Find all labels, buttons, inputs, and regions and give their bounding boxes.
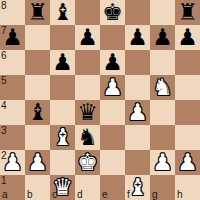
square-b3[interactable]: [25, 125, 50, 150]
white-bishop[interactable]: ♝: [50, 125, 75, 150]
square-b8[interactable]: ♜: [25, 0, 50, 25]
square-h3[interactable]: [175, 125, 200, 150]
square-g7[interactable]: ♟: [150, 25, 175, 50]
square-e8[interactable]: ♚: [100, 0, 125, 25]
white-pawn[interactable]: ♟: [125, 100, 150, 125]
square-c8[interactable]: ♝: [50, 0, 75, 25]
black-rook[interactable]: ♜: [175, 0, 200, 25]
black-bishop[interactable]: ♝: [50, 0, 75, 25]
white-pawn[interactable]: ♟: [0, 150, 25, 175]
square-f8[interactable]: [125, 0, 150, 25]
file-label-b: b: [27, 190, 33, 200]
black-queen[interactable]: ♛: [75, 100, 100, 125]
rank-label-6: 6: [1, 51, 7, 61]
square-a6[interactable]: 6: [0, 50, 25, 75]
square-f7[interactable]: ♟: [125, 25, 150, 50]
black-pawn[interactable]: ♟: [150, 25, 175, 50]
square-b6[interactable]: [25, 50, 50, 75]
square-c4[interactable]: [50, 100, 75, 125]
square-f3[interactable]: [125, 125, 150, 150]
file-label-h: h: [177, 190, 183, 200]
white-pawn[interactable]: ♟: [25, 150, 50, 175]
file-label-d: d: [77, 190, 83, 200]
white-queen[interactable]: ♛: [50, 175, 75, 200]
rank-label-1: 1: [1, 176, 7, 186]
rank-label-8: 8: [1, 1, 7, 11]
square-d1[interactable]: d: [75, 175, 100, 200]
square-e6[interactable]: ♟: [100, 50, 125, 75]
square-c5[interactable]: [50, 75, 75, 100]
black-bishop[interactable]: ♝: [25, 100, 50, 125]
black-pawn[interactable]: ♟: [0, 25, 25, 50]
white-pawn[interactable]: ♟: [175, 150, 200, 175]
square-h6[interactable]: [175, 50, 200, 75]
square-g2[interactable]: ♟: [150, 150, 175, 175]
square-c1[interactable]: c♛: [50, 175, 75, 200]
file-label-a: a: [2, 190, 8, 200]
square-b1[interactable]: b: [25, 175, 50, 200]
rank-label-4: 4: [1, 101, 7, 111]
square-b7[interactable]: [25, 25, 50, 50]
black-rook[interactable]: ♜: [25, 0, 50, 25]
square-h7[interactable]: ♟: [175, 25, 200, 50]
square-d4[interactable]: ♛: [75, 100, 100, 125]
square-e1[interactable]: e: [100, 175, 125, 200]
square-h8[interactable]: ♜: [175, 0, 200, 25]
white-bishop[interactable]: ♝: [125, 175, 150, 200]
black-pawn[interactable]: ♟: [175, 25, 200, 50]
square-g5[interactable]: ♞: [150, 75, 175, 100]
square-f2[interactable]: [125, 150, 150, 175]
square-f6[interactable]: [125, 50, 150, 75]
square-b2[interactable]: ♟: [25, 150, 50, 175]
square-g6[interactable]: [150, 50, 175, 75]
square-a4[interactable]: 4: [0, 100, 25, 125]
square-d2[interactable]: ♚: [75, 150, 100, 175]
square-g3[interactable]: [150, 125, 175, 150]
square-h5[interactable]: [175, 75, 200, 100]
square-e5[interactable]: ♟: [100, 75, 125, 100]
square-b4[interactable]: ♝: [25, 100, 50, 125]
square-e4[interactable]: [100, 100, 125, 125]
square-c2[interactable]: [50, 150, 75, 175]
square-e2[interactable]: [100, 150, 125, 175]
white-knight[interactable]: ♞: [150, 75, 175, 100]
square-d3[interactable]: ♞: [75, 125, 100, 150]
file-label-e: e: [102, 190, 108, 200]
square-f5[interactable]: [125, 75, 150, 100]
square-e7[interactable]: [100, 25, 125, 50]
black-pawn[interactable]: ♟: [125, 25, 150, 50]
white-pawn[interactable]: ♟: [100, 75, 125, 100]
black-knight[interactable]: ♞: [75, 125, 100, 150]
white-king[interactable]: ♚: [75, 150, 100, 175]
square-g1[interactable]: g: [150, 175, 175, 200]
square-a1[interactable]: 1a: [0, 175, 25, 200]
square-a8[interactable]: 8: [0, 0, 25, 25]
black-pawn[interactable]: ♟: [50, 50, 75, 75]
rank-label-5: 5: [1, 76, 7, 86]
square-g4[interactable]: [150, 100, 175, 125]
square-a3[interactable]: 3: [0, 125, 25, 150]
square-d6[interactable]: [75, 50, 100, 75]
square-a5[interactable]: 5: [0, 75, 25, 100]
square-c3[interactable]: ♝: [50, 125, 75, 150]
square-h2[interactable]: ♟: [175, 150, 200, 175]
square-e3[interactable]: [100, 125, 125, 150]
square-f4[interactable]: ♟: [125, 100, 150, 125]
square-f1[interactable]: f♝: [125, 175, 150, 200]
square-d8[interactable]: [75, 0, 100, 25]
square-a7[interactable]: 7♟: [0, 25, 25, 50]
square-a2[interactable]: 2♟: [0, 150, 25, 175]
black-king[interactable]: ♚: [100, 0, 125, 25]
square-c7[interactable]: [50, 25, 75, 50]
square-c6[interactable]: ♟: [50, 50, 75, 75]
square-d7[interactable]: ♟: [75, 25, 100, 50]
square-g8[interactable]: [150, 0, 175, 25]
chess-board: 8♜♝♚♜7♟♟♟♟♟6♟♟5♟♞4♝♛♟3♝♞2♟♟♚♟♟1abc♛def♝g…: [0, 0, 200, 200]
black-pawn[interactable]: ♟: [100, 50, 125, 75]
square-d5[interactable]: [75, 75, 100, 100]
square-h4[interactable]: [175, 100, 200, 125]
black-pawn[interactable]: ♟: [75, 25, 100, 50]
file-label-g: g: [152, 190, 158, 200]
square-b5[interactable]: [25, 75, 50, 100]
square-h1[interactable]: h: [175, 175, 200, 200]
rank-label-3: 3: [1, 126, 7, 136]
white-pawn[interactable]: ♟: [150, 150, 175, 175]
